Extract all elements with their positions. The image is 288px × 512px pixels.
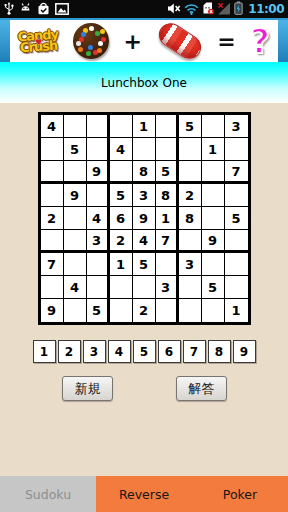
sudoku-cell-r1c1[interactable]: 4: [41, 115, 64, 138]
action-row: 新規 解答: [0, 376, 288, 401]
sudoku-cell-r5c3[interactable]: 4: [87, 207, 110, 230]
status-bar-right: 11:00: [167, 0, 284, 19]
sudoku-cell-r1c9[interactable]: 3: [225, 115, 248, 138]
new-game-button[interactable]: 新規: [62, 376, 113, 401]
sudoku-cell-r4c9[interactable]: [225, 184, 248, 207]
sudoku-cell-r8c6[interactable]: 3: [156, 276, 179, 299]
sudoku-cell-r6c2[interactable]: [64, 230, 87, 253]
sudoku-cell-r2c3[interactable]: [87, 138, 110, 161]
sudoku-cell-r5c4[interactable]: 6: [110, 207, 133, 230]
sudoku-cell-r7c9[interactable]: [225, 253, 248, 276]
sudoku-cell-r8c9[interactable]: [225, 276, 248, 299]
sudoku-cell-r3c7[interactable]: [179, 161, 202, 184]
ad-left-border: [0, 20, 10, 62]
status-bar-left: [4, 0, 69, 19]
ad-content: Candy Crush ♥ + = ?: [10, 20, 278, 62]
sudoku-cell-r7c8[interactable]: [202, 253, 225, 276]
sudoku-cell-r5c9[interactable]: 5: [225, 207, 248, 230]
sudoku-cell-r4c3[interactable]: [87, 184, 110, 207]
sudoku-cell-r2c1[interactable]: [41, 138, 64, 161]
numpad-button-6[interactable]: 6: [158, 340, 181, 363]
sudoku-cell-r5c8[interactable]: [202, 207, 225, 230]
sudoku-cell-r7c6[interactable]: [156, 253, 179, 276]
sudoku-cell-r8c3[interactable]: [87, 276, 110, 299]
ad-banner[interactable]: Candy Crush ♥ + = ?: [0, 18, 288, 62]
sudoku-cell-r6c1[interactable]: [41, 230, 64, 253]
sudoku-cell-r5c2[interactable]: [64, 207, 87, 230]
phone-screen: 11:00 Candy Crush ♥ + = ? Lunchbox One 4…: [0, 0, 288, 512]
sudoku-grid: 415354198579538224691853247971534359521: [38, 112, 251, 325]
sudoku-cell-r6c9[interactable]: [225, 230, 248, 253]
sudoku-cell-r4c8[interactable]: [202, 184, 225, 207]
sudoku-cell-r5c6[interactable]: 1: [156, 207, 179, 230]
mute-icon: [167, 0, 181, 19]
page-title: Lunchbox One: [101, 76, 187, 90]
plus-sign: +: [124, 29, 142, 54]
sudoku-cell-r2c5[interactable]: [133, 138, 156, 161]
sudoku-cell-r4c4[interactable]: 5: [110, 184, 133, 207]
sudoku-cell-r9c5[interactable]: 2: [133, 299, 156, 322]
striped-jelly-candy-icon: [154, 18, 206, 63]
tab-sudoku[interactable]: Sudoku: [0, 476, 96, 512]
numpad-button-4[interactable]: 4: [108, 340, 131, 363]
equals-sign: =: [217, 29, 235, 54]
color-bomb-candy-icon: [73, 23, 109, 59]
sudoku-cell-r4c2[interactable]: 9: [64, 184, 87, 207]
solve-button[interactable]: 解答: [176, 376, 227, 401]
sim-error-icon: [202, 0, 214, 19]
heart-icon: ♥: [35, 37, 43, 48]
sudoku-cell-r3c3[interactable]: 9: [87, 161, 110, 184]
app-header: Lunchbox One: [0, 62, 288, 103]
sudoku-cell-r1c2[interactable]: [64, 115, 87, 138]
numpad-button-2[interactable]: 2: [58, 340, 81, 363]
main-content: 415354198579538224691853247971534359521 …: [0, 103, 288, 476]
sudoku-cell-r8c8[interactable]: 5: [202, 276, 225, 299]
sudoku-cell-r4c1[interactable]: [41, 184, 64, 207]
wifi-icon: [184, 0, 199, 19]
sudoku-cell-r5c5[interactable]: 9: [133, 207, 156, 230]
sudoku-cell-r8c5[interactable]: [133, 276, 156, 299]
image-icon: [55, 0, 69, 19]
sudoku-cell-r2c2[interactable]: 5: [64, 138, 87, 161]
sudoku-cell-r7c4[interactable]: 1: [110, 253, 133, 276]
sudoku-cell-r2c7[interactable]: [179, 138, 202, 161]
sudoku-cell-r8c4[interactable]: [110, 276, 133, 299]
sudoku-cell-r2c4[interactable]: 4: [110, 138, 133, 161]
sudoku-cell-r3c5[interactable]: 8: [133, 161, 156, 184]
ad-right-border: [278, 20, 288, 62]
sudoku-cell-r3c9[interactable]: 7: [225, 161, 248, 184]
sudoku-cell-r8c7[interactable]: [179, 276, 202, 299]
tab-bar: SudokuReversePoker: [0, 476, 288, 512]
sudoku-cell-r7c1[interactable]: 7: [41, 253, 64, 276]
sudoku-cell-r6c8[interactable]: 9: [202, 230, 225, 253]
sudoku-cell-r6c6[interactable]: 7: [156, 230, 179, 253]
sudoku-cell-r3c4[interactable]: [110, 161, 133, 184]
status-time: 11:00: [248, 2, 284, 16]
sudoku-cell-r9c2[interactable]: [64, 299, 87, 322]
sudoku-cell-r4c5[interactable]: 3: [133, 184, 156, 207]
sudoku-cell-r7c2[interactable]: [64, 253, 87, 276]
sudoku-cell-r3c2[interactable]: [64, 161, 87, 184]
sudoku-cell-r2c9[interactable]: [225, 138, 248, 161]
sudoku-cell-r1c5[interactable]: 1: [133, 115, 156, 138]
sudoku-cell-r9c1[interactable]: 9: [41, 299, 64, 322]
bag-check-icon: [37, 0, 50, 19]
sudoku-cell-r4c6[interactable]: 8: [156, 184, 179, 207]
sudoku-cell-r9c8[interactable]: [202, 299, 225, 322]
tab-poker[interactable]: Poker: [192, 476, 288, 512]
sudoku-cell-r7c7[interactable]: 3: [179, 253, 202, 276]
candy-crush-logo: Candy Crush ♥: [17, 29, 59, 54]
sudoku-cell-r7c3[interactable]: [87, 253, 110, 276]
numpad-button-8[interactable]: 8: [208, 340, 231, 363]
sudoku-cell-r1c4[interactable]: [110, 115, 133, 138]
sudoku-cell-r9c6[interactable]: [156, 299, 179, 322]
sudoku-cell-r9c4[interactable]: [110, 299, 133, 322]
sudoku-cell-r6c3[interactable]: 3: [87, 230, 110, 253]
status-bar: 11:00: [0, 0, 288, 18]
sudoku-cell-r3c1[interactable]: [41, 161, 64, 184]
sudoku-cell-r1c8[interactable]: [202, 115, 225, 138]
sudoku-cell-r1c7[interactable]: 5: [179, 115, 202, 138]
sudoku-cell-r5c7[interactable]: 8: [179, 207, 202, 230]
sudoku-cell-r5c1[interactable]: 2: [41, 207, 64, 230]
sudoku-cell-r1c6[interactable]: [156, 115, 179, 138]
numpad-button-7[interactable]: 7: [183, 340, 206, 363]
sudoku-cell-r9c7[interactable]: [179, 299, 202, 322]
numpad-button-1[interactable]: 1: [33, 340, 56, 363]
tab-reverse[interactable]: Reverse: [96, 476, 192, 512]
numpad-button-5[interactable]: 5: [133, 340, 156, 363]
sudoku-cell-r1c3[interactable]: [87, 115, 110, 138]
sudoku-cell-r9c9[interactable]: 1: [225, 299, 248, 322]
numpad: 123456789: [0, 340, 288, 363]
question-mark: ?: [250, 23, 270, 59]
sudoku-cell-r8c1[interactable]: [41, 276, 64, 299]
sudoku-cell-r8c2[interactable]: 4: [64, 276, 87, 299]
sudoku-cell-r7c5[interactable]: 5: [133, 253, 156, 276]
sudoku-cell-r6c4[interactable]: 2: [110, 230, 133, 253]
sudoku-cell-r6c7[interactable]: [179, 230, 202, 253]
sudoku-cell-r2c6[interactable]: [156, 138, 179, 161]
sudoku-cell-r9c3[interactable]: 5: [87, 299, 110, 322]
sudoku-cell-r2c8[interactable]: 1: [202, 138, 225, 161]
sudoku-cell-r3c6[interactable]: 5: [156, 161, 179, 184]
usb-icon: [4, 0, 14, 19]
sudoku-cell-r6c5[interactable]: 4: [133, 230, 156, 253]
sudoku-cell-r3c8[interactable]: [202, 161, 225, 184]
battery-charging-icon: [234, 0, 243, 19]
sudoku-cell-r4c7[interactable]: 2: [179, 184, 202, 207]
signal-off-icon: [217, 0, 231, 19]
android-icon: [19, 0, 32, 19]
numpad-button-3[interactable]: 3: [83, 340, 106, 363]
numpad-button-9[interactable]: 9: [233, 340, 256, 363]
